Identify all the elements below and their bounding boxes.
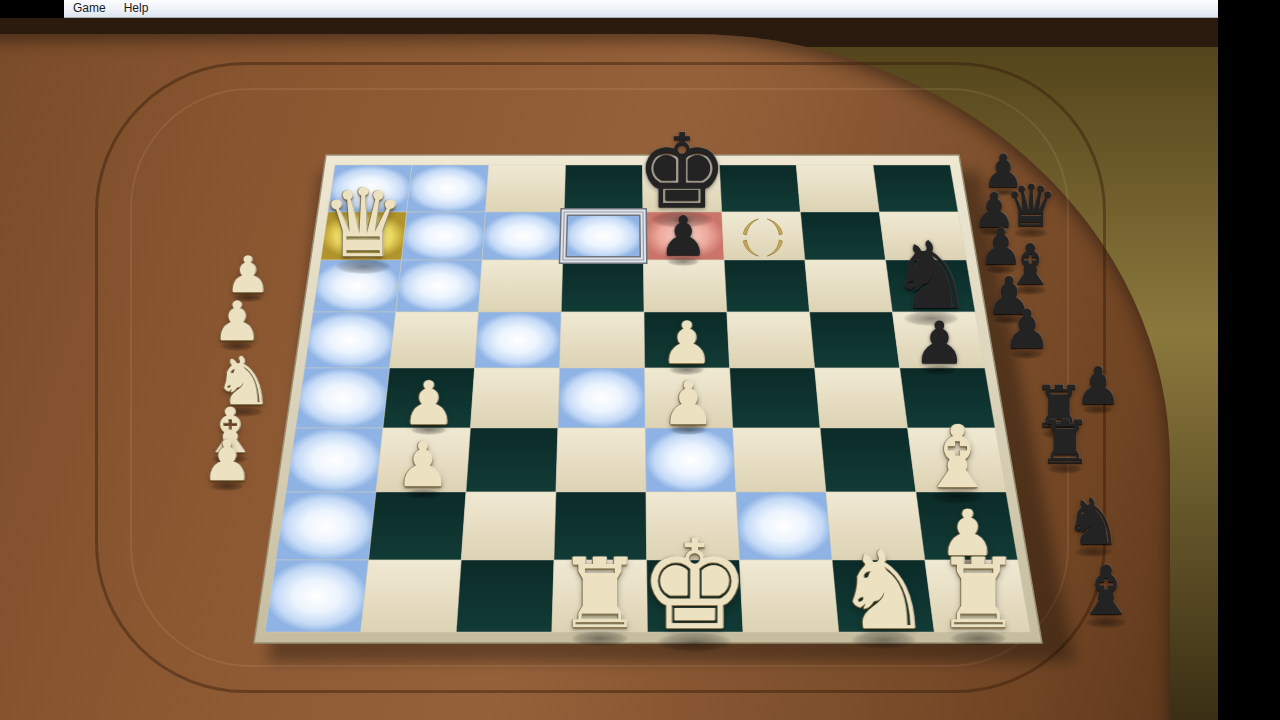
square-d5[interactable] [560, 312, 645, 368]
square-h8[interactable] [873, 165, 958, 212]
square-c3[interactable] [466, 428, 558, 492]
square-b8[interactable] [407, 165, 489, 212]
square-f4[interactable] [730, 368, 821, 428]
square-a2[interactable] [276, 492, 376, 560]
square-h2[interactable] [916, 492, 1018, 560]
square-h1[interactable] [925, 560, 1030, 632]
square-a5[interactable] [305, 312, 396, 368]
square-c7[interactable] [482, 212, 564, 260]
square-b5[interactable] [390, 312, 479, 368]
square-g8[interactable] [796, 165, 879, 212]
square-f8[interactable] [719, 165, 800, 212]
square-e7[interactable] [643, 212, 724, 260]
square-f3[interactable] [733, 428, 826, 492]
square-f5[interactable] [727, 312, 815, 368]
square-d3[interactable] [556, 428, 646, 492]
letterbox-bar [1218, 0, 1280, 720]
square-a4[interactable] [296, 368, 390, 428]
square-f7[interactable] [722, 212, 805, 260]
square-a8[interactable] [328, 165, 412, 212]
square-g6[interactable] [805, 260, 893, 312]
square-c5[interactable] [475, 312, 562, 368]
square-b7[interactable] [402, 212, 486, 260]
menu-bar: Game Help [0, 0, 1218, 18]
square-h4[interactable] [900, 368, 995, 428]
square-d8[interactable] [564, 165, 643, 212]
square-c8[interactable] [486, 165, 566, 212]
square-b1[interactable] [361, 560, 462, 632]
square-e1[interactable] [647, 560, 743, 632]
square-h3[interactable] [908, 428, 1006, 492]
square-h7[interactable] [879, 212, 966, 260]
square-g2[interactable] [826, 492, 925, 560]
square-f6[interactable] [724, 260, 809, 312]
square-e3[interactable] [645, 428, 736, 492]
square-c1[interactable] [456, 560, 554, 632]
square-h6[interactable] [886, 260, 976, 312]
square-d7[interactable] [563, 212, 644, 260]
square-c4[interactable] [471, 368, 560, 428]
square-a7[interactable] [321, 212, 407, 260]
square-a6[interactable] [313, 260, 402, 312]
square-c6[interactable] [479, 260, 563, 312]
square-h5[interactable] [892, 312, 984, 368]
square-f2[interactable] [736, 492, 832, 560]
square-g3[interactable] [820, 428, 916, 492]
app-window: ♚♟♛♞♟♟♟♟♟♝♟♜♚♞♜♟♟♞♝♟♟♟♛♟♝♟♟♟♜♜♞♝ Game He… [0, 0, 1280, 720]
square-c2[interactable] [461, 492, 556, 560]
square-e6[interactable] [644, 260, 727, 312]
square-a1[interactable] [265, 560, 369, 632]
square-d2[interactable] [554, 492, 647, 560]
square-b6[interactable] [396, 260, 482, 312]
square-e5[interactable] [644, 312, 730, 368]
square-g7[interactable] [801, 212, 886, 260]
square-b3[interactable] [376, 428, 471, 492]
square-d1[interactable] [552, 560, 648, 632]
square-e4[interactable] [645, 368, 733, 428]
square-e8[interactable] [643, 165, 722, 212]
square-e2[interactable] [646, 492, 740, 560]
square-g1[interactable] [832, 560, 934, 632]
square-d4[interactable] [558, 368, 645, 428]
chess-board [0, 0, 1280, 720]
square-a3[interactable] [286, 428, 383, 492]
square-b4[interactable] [383, 368, 475, 428]
square-g4[interactable] [815, 368, 908, 428]
square-d6[interactable] [561, 260, 644, 312]
menu-help[interactable]: Help [115, 0, 158, 17]
square-g5[interactable] [810, 312, 900, 368]
menu-bar-notch [0, 0, 64, 18]
square-b2[interactable] [369, 492, 466, 560]
menu-game[interactable]: Game [64, 0, 115, 17]
square-f1[interactable] [740, 560, 839, 632]
